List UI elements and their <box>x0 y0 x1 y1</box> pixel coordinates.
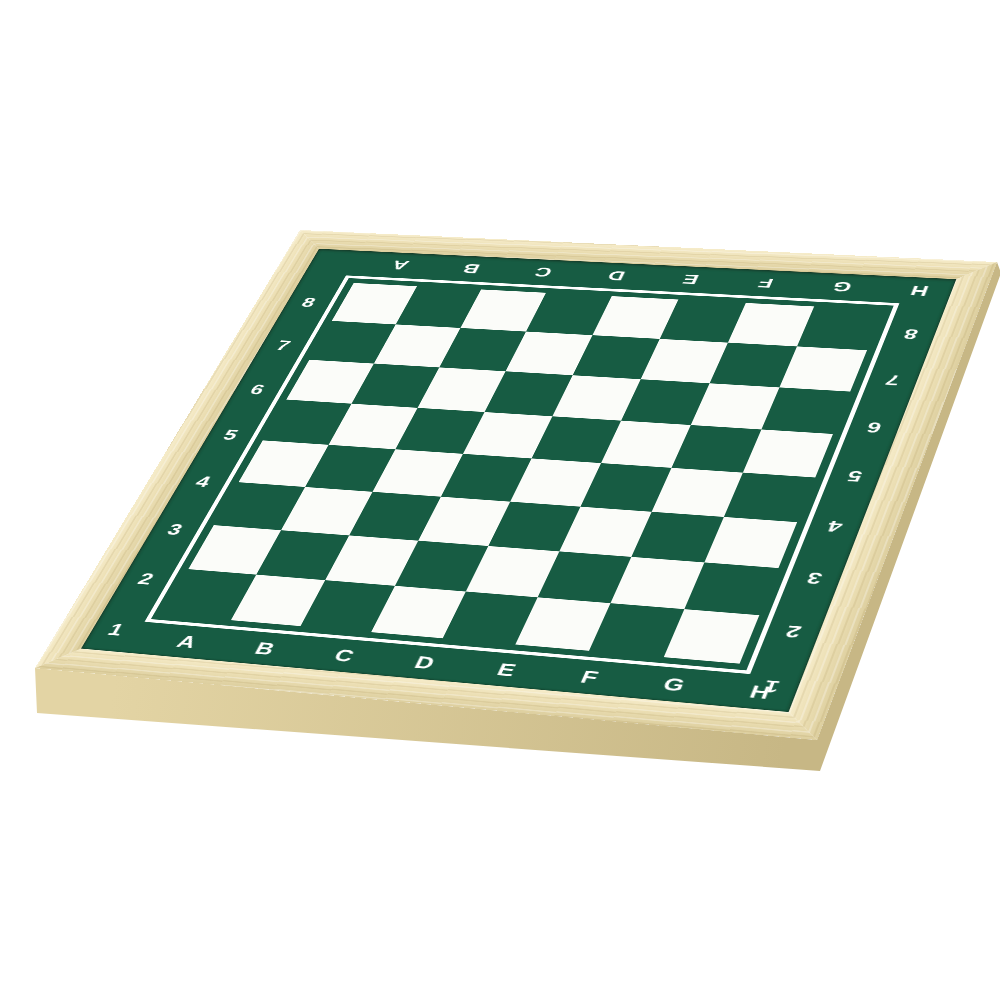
file-label-e: E <box>647 265 734 294</box>
file-label-d: D <box>573 262 659 291</box>
product-photo: ABCDEFGH ABCDEFGH 87654321 87654321 <box>0 0 1000 1000</box>
file-label-g: G <box>798 272 886 302</box>
file-label-b: B <box>429 255 514 283</box>
file-label-c: C <box>500 258 586 287</box>
file-label-h: H <box>875 276 963 306</box>
file-label-f: F <box>722 269 809 299</box>
